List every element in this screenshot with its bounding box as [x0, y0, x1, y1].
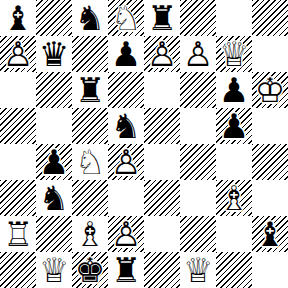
square-h5[interactable] [252, 108, 288, 144]
square-h4[interactable] [252, 144, 288, 180]
piece-glyph: ♗ [216, 180, 252, 216]
square-b3[interactable]: ♞♞ [36, 180, 72, 216]
piece-white-bishop[interactable]: ♝♗ [216, 180, 252, 216]
square-e3[interactable] [144, 180, 180, 216]
piece-glyph: ♝ [252, 216, 288, 252]
square-a2[interactable]: ♜♖ [0, 216, 36, 252]
square-b6[interactable] [36, 72, 72, 108]
square-a6[interactable] [0, 72, 36, 108]
piece-white-queen[interactable]: ♛♕ [216, 36, 252, 72]
piece-glyph: ♕ [216, 36, 252, 72]
square-b1[interactable]: ♛♕ [36, 252, 72, 288]
square-b4[interactable]: ♟♟ [36, 144, 72, 180]
piece-glyph: ♞ [108, 108, 144, 144]
piece-glyph: ♙ [0, 36, 36, 72]
piece-black-pawn[interactable]: ♟♟ [216, 72, 252, 108]
square-b2[interactable] [36, 216, 72, 252]
square-e7[interactable]: ♟♙ [144, 36, 180, 72]
piece-glyph: ♝ [0, 0, 36, 36]
piece-glyph: ♟ [216, 108, 252, 144]
square-d8[interactable]: ♞♘ [108, 0, 144, 36]
square-f4[interactable] [180, 144, 216, 180]
piece-white-knight[interactable]: ♞♘ [108, 0, 144, 36]
piece-glyph: ♕ [180, 252, 216, 288]
square-d6[interactable] [108, 72, 144, 108]
square-f1[interactable]: ♛♕ [180, 252, 216, 288]
piece-glyph: ♙ [180, 36, 216, 72]
square-e2[interactable] [144, 216, 180, 252]
square-g4[interactable] [216, 144, 252, 180]
piece-white-pawn[interactable]: ♟♙ [0, 36, 36, 72]
piece-glyph: ♙ [108, 144, 144, 180]
piece-glyph: ♜ [108, 252, 144, 288]
piece-glyph: ♛ [36, 36, 72, 72]
square-a8[interactable]: ♝♝ [0, 0, 36, 36]
piece-white-pawn[interactable]: ♟♙ [108, 216, 144, 252]
piece-glyph: ♘ [72, 144, 108, 180]
piece-white-pawn[interactable]: ♟♙ [180, 36, 216, 72]
square-c1[interactable]: ♚♚ [72, 252, 108, 288]
chess-board: ♝♝♞♞♞♘♜♜♟♙♛♛♟♟♟♙♟♙♛♕♜♜♟♟♚♔♞♞♟♟♟♟♞♘♟♙♞♞♝♗… [0, 0, 288, 288]
piece-black-rook[interactable]: ♜♜ [144, 0, 180, 36]
square-h7[interactable] [252, 36, 288, 72]
piece-black-knight[interactable]: ♞♞ [72, 0, 108, 36]
piece-black-queen[interactable]: ♛♛ [36, 36, 72, 72]
piece-black-bishop[interactable]: ♝♝ [252, 216, 288, 252]
square-e4[interactable] [144, 144, 180, 180]
square-h6[interactable]: ♚♔ [252, 72, 288, 108]
piece-glyph: ♕ [36, 252, 72, 288]
square-b5[interactable] [36, 108, 72, 144]
square-g3[interactable]: ♝♗ [216, 180, 252, 216]
piece-glyph: ♔ [252, 72, 288, 108]
square-c8[interactable]: ♞♞ [72, 0, 108, 36]
square-b8[interactable] [36, 0, 72, 36]
square-f8[interactable] [180, 0, 216, 36]
piece-black-pawn[interactable]: ♟♟ [216, 108, 252, 144]
piece-black-rook[interactable]: ♜♜ [108, 252, 144, 288]
square-d2[interactable]: ♟♙ [108, 216, 144, 252]
piece-glyph: ♙ [108, 216, 144, 252]
square-b7[interactable]: ♛♛ [36, 36, 72, 72]
square-e6[interactable] [144, 72, 180, 108]
square-c6[interactable]: ♜♜ [72, 72, 108, 108]
piece-white-king[interactable]: ♚♔ [252, 72, 288, 108]
piece-glyph: ♜ [72, 72, 108, 108]
piece-glyph: ♜ [144, 0, 180, 36]
square-c2[interactable]: ♝♗ [72, 216, 108, 252]
piece-glyph: ♗ [72, 216, 108, 252]
square-g5[interactable]: ♟♟ [216, 108, 252, 144]
square-d5[interactable]: ♞♞ [108, 108, 144, 144]
square-h2[interactable]: ♝♝ [252, 216, 288, 252]
piece-black-knight[interactable]: ♞♞ [36, 180, 72, 216]
square-f6[interactable] [180, 72, 216, 108]
square-a4[interactable] [0, 144, 36, 180]
square-c7[interactable] [72, 36, 108, 72]
piece-glyph: ♟ [108, 36, 144, 72]
piece-black-king[interactable]: ♚♚ [72, 252, 108, 288]
square-c5[interactable] [72, 108, 108, 144]
square-a3[interactable] [0, 180, 36, 216]
piece-white-knight[interactable]: ♞♘ [72, 144, 108, 180]
square-g7[interactable]: ♛♕ [216, 36, 252, 72]
square-c4[interactable]: ♞♘ [72, 144, 108, 180]
square-f2[interactable] [180, 216, 216, 252]
square-a7[interactable]: ♟♙ [0, 36, 36, 72]
square-a1[interactable] [0, 252, 36, 288]
square-c3[interactable] [72, 180, 108, 216]
piece-glyph: ♘ [108, 0, 144, 36]
piece-glyph: ♟ [36, 144, 72, 180]
square-g2[interactable] [216, 216, 252, 252]
piece-black-pawn[interactable]: ♟♟ [36, 144, 72, 180]
square-e8[interactable]: ♜♜ [144, 0, 180, 36]
piece-black-pawn[interactable]: ♟♟ [108, 36, 144, 72]
square-f7[interactable]: ♟♙ [180, 36, 216, 72]
piece-black-bishop[interactable]: ♝♝ [0, 0, 36, 36]
square-g8[interactable] [216, 0, 252, 36]
square-d3[interactable] [108, 180, 144, 216]
square-f3[interactable] [180, 180, 216, 216]
square-f5[interactable] [180, 108, 216, 144]
square-e1[interactable] [144, 252, 180, 288]
piece-glyph: ♚ [72, 252, 108, 288]
square-d7[interactable]: ♟♟ [108, 36, 144, 72]
piece-white-bishop[interactable]: ♝♗ [72, 216, 108, 252]
piece-black-rook[interactable]: ♜♜ [72, 72, 108, 108]
piece-glyph: ♞ [72, 0, 108, 36]
square-d1[interactable]: ♜♜ [108, 252, 144, 288]
square-e5[interactable] [144, 108, 180, 144]
square-h3[interactable] [252, 180, 288, 216]
square-d4[interactable]: ♟♙ [108, 144, 144, 180]
square-g6[interactable]: ♟♟ [216, 72, 252, 108]
piece-white-pawn[interactable]: ♟♙ [108, 144, 144, 180]
piece-white-rook[interactable]: ♜♖ [0, 216, 36, 252]
piece-black-knight[interactable]: ♞♞ [108, 108, 144, 144]
piece-glyph: ♞ [36, 180, 72, 216]
square-g1[interactable] [216, 252, 252, 288]
piece-glyph: ♙ [144, 36, 180, 72]
square-h1[interactable] [252, 252, 288, 288]
piece-white-pawn[interactable]: ♟♙ [144, 36, 180, 72]
square-h8[interactable] [252, 0, 288, 36]
square-a5[interactable] [0, 108, 36, 144]
piece-white-queen[interactable]: ♛♕ [180, 252, 216, 288]
piece-glyph: ♖ [0, 216, 36, 252]
piece-glyph: ♟ [216, 72, 252, 108]
piece-white-queen[interactable]: ♛♕ [36, 252, 72, 288]
